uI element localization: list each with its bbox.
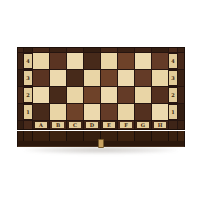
border-block xyxy=(135,48,151,52)
folded-chess-board: 44332211ABCDEFGH xyxy=(17,47,185,147)
border-block xyxy=(18,121,23,129)
square-e3 xyxy=(101,70,117,86)
square-a2 xyxy=(33,87,49,103)
brass-clasp-icon xyxy=(98,139,104,148)
border-block xyxy=(18,48,23,52)
border-block xyxy=(178,121,184,129)
square-f2 xyxy=(118,87,134,103)
rank-label: 1 xyxy=(169,104,177,120)
square-e4 xyxy=(101,53,117,69)
square-f4 xyxy=(118,53,134,69)
square-d2 xyxy=(84,87,100,103)
file-label: A xyxy=(33,121,49,129)
border-block xyxy=(18,53,23,69)
square-d3 xyxy=(84,70,100,86)
rank-label-text: 2 xyxy=(24,88,32,102)
rank-label: 4 xyxy=(24,53,32,69)
square-g3 xyxy=(135,70,151,86)
rank-label-text: 1 xyxy=(169,105,177,119)
border-block xyxy=(152,48,168,52)
square-f1 xyxy=(118,104,134,120)
box-bottom-strip xyxy=(17,141,185,147)
side-block xyxy=(50,131,66,141)
side-block xyxy=(33,131,49,141)
product-photo: 44332211ABCDEFGH xyxy=(0,0,200,200)
corner-block xyxy=(169,121,177,129)
side-block xyxy=(135,131,151,141)
square-g4 xyxy=(135,53,151,69)
border-block xyxy=(178,87,184,103)
file-label: H xyxy=(152,121,168,129)
rank-label: 3 xyxy=(24,70,32,86)
square-c1 xyxy=(67,104,83,120)
rank-label-text: 1 xyxy=(24,105,32,119)
border-block xyxy=(178,70,184,86)
file-label: E xyxy=(101,121,117,129)
border-block xyxy=(18,87,23,103)
side-block xyxy=(24,131,32,141)
border-block xyxy=(84,48,100,52)
square-e1 xyxy=(101,104,117,120)
square-b4 xyxy=(50,53,66,69)
side-block xyxy=(152,131,168,141)
square-a3 xyxy=(33,70,49,86)
square-h1 xyxy=(152,104,168,120)
file-label-text: H xyxy=(154,122,166,128)
border-block xyxy=(178,53,184,69)
rank-label-text: 4 xyxy=(169,54,177,68)
side-block xyxy=(178,131,184,141)
border-block xyxy=(101,48,117,52)
border-block xyxy=(24,48,32,52)
corner-block xyxy=(24,121,32,129)
square-b1 xyxy=(50,104,66,120)
rank-label: 1 xyxy=(24,104,32,120)
border-block xyxy=(118,48,134,52)
border-block xyxy=(33,48,49,52)
file-label-text: A xyxy=(35,122,47,128)
border-block xyxy=(169,48,177,52)
square-e2 xyxy=(101,87,117,103)
file-label-text: B xyxy=(52,122,64,128)
rank-label-text: 3 xyxy=(169,71,177,85)
side-block xyxy=(118,131,134,141)
rank-label-text: 2 xyxy=(169,88,177,102)
rank-label-text: 4 xyxy=(24,54,32,68)
file-label: B xyxy=(50,121,66,129)
side-block xyxy=(67,131,83,141)
square-h3 xyxy=(152,70,168,86)
rank-label-text: 3 xyxy=(24,71,32,85)
rank-label: 3 xyxy=(169,70,177,86)
square-h2 xyxy=(152,87,168,103)
file-label: C xyxy=(67,121,83,129)
file-label: F xyxy=(118,121,134,129)
border-block xyxy=(18,70,23,86)
rank-label: 4 xyxy=(169,53,177,69)
file-label-text: E xyxy=(103,122,115,128)
border-block xyxy=(67,48,83,52)
file-label-text: C xyxy=(69,122,81,128)
border-block xyxy=(178,104,184,120)
square-d1 xyxy=(84,104,100,120)
square-g1 xyxy=(135,104,151,120)
square-c4 xyxy=(67,53,83,69)
square-a4 xyxy=(33,53,49,69)
rank-label: 2 xyxy=(169,87,177,103)
border-block xyxy=(50,48,66,52)
square-c2 xyxy=(67,87,83,103)
board-grid: 44332211ABCDEFGH xyxy=(17,47,185,130)
rank-label: 2 xyxy=(24,87,32,103)
side-block xyxy=(169,131,177,141)
file-label-text: F xyxy=(120,122,132,128)
square-g2 xyxy=(135,87,151,103)
square-b3 xyxy=(50,70,66,86)
file-label: D xyxy=(84,121,100,129)
file-label-text: D xyxy=(86,122,98,128)
file-label-text: G xyxy=(137,122,149,128)
square-b2 xyxy=(50,87,66,103)
square-h4 xyxy=(152,53,168,69)
file-label: G xyxy=(135,121,151,129)
square-d4 xyxy=(84,53,100,69)
border-block xyxy=(178,48,184,52)
border-block xyxy=(18,104,23,120)
side-block xyxy=(18,131,23,141)
square-f3 xyxy=(118,70,134,86)
square-c3 xyxy=(67,70,83,86)
square-a1 xyxy=(33,104,49,120)
